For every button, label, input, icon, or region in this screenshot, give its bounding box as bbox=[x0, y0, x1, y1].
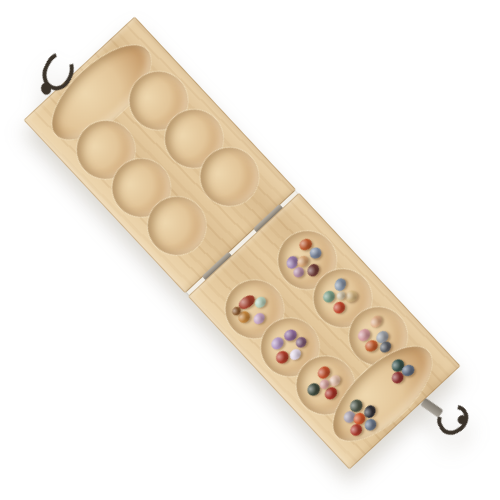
mancala-board bbox=[23, 16, 460, 469]
gemstone bbox=[320, 288, 336, 304]
product-photo-scene bbox=[0, 0, 500, 500]
gemstone bbox=[268, 335, 285, 352]
gemstone bbox=[348, 421, 364, 437]
gemstone bbox=[335, 290, 347, 302]
gemstone bbox=[273, 349, 291, 367]
gemstone bbox=[288, 347, 304, 362]
gemstone bbox=[331, 299, 347, 315]
gemstone bbox=[253, 295, 269, 310]
gemstone bbox=[251, 311, 267, 326]
clasp-hook-icon bbox=[432, 399, 474, 439]
gemstone bbox=[368, 314, 384, 330]
